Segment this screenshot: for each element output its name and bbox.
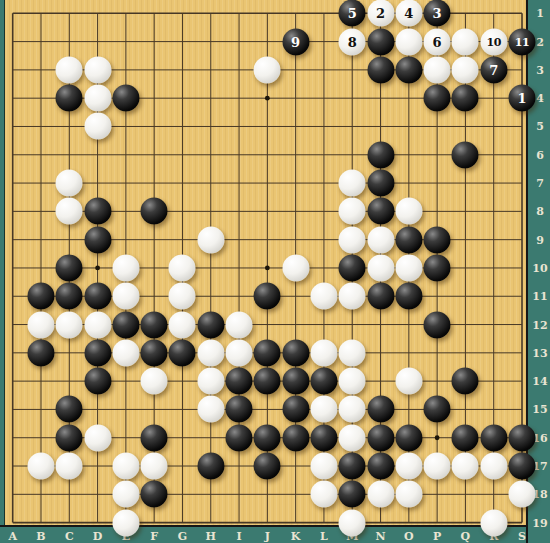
col-label-D: D bbox=[93, 531, 103, 542]
star-point bbox=[435, 435, 440, 440]
row-label-19: 19 bbox=[532, 517, 547, 528]
col-label-J: J bbox=[265, 531, 270, 542]
row-label-9: 9 bbox=[536, 234, 544, 245]
row-label-6: 6 bbox=[536, 149, 544, 160]
col-label-K: K bbox=[291, 531, 301, 542]
star-point bbox=[435, 96, 440, 101]
col-label-C: C bbox=[65, 531, 74, 542]
col-label-F: F bbox=[150, 531, 158, 542]
col-label-B: B bbox=[36, 531, 45, 542]
star-point bbox=[95, 435, 100, 440]
row-label-11: 11 bbox=[532, 291, 547, 302]
col-label-R: R bbox=[489, 531, 498, 542]
star-point bbox=[95, 96, 100, 101]
column-label-strip: ABCDEFGHIJKLMNOPQRS bbox=[0, 525, 550, 543]
row-label-12: 12 bbox=[532, 319, 547, 330]
col-label-A: A bbox=[8, 531, 17, 542]
col-label-N: N bbox=[376, 531, 386, 542]
col-label-Q: Q bbox=[461, 531, 471, 542]
go-board: ABCDEFGHIJKLMNOPQRS 12345678910111213141… bbox=[0, 0, 550, 543]
col-label-H: H bbox=[206, 531, 216, 542]
row-label-3: 3 bbox=[536, 64, 544, 75]
col-label-M: M bbox=[346, 531, 358, 542]
col-label-E: E bbox=[122, 531, 130, 542]
col-label-L: L bbox=[320, 531, 328, 542]
star-point bbox=[435, 266, 440, 271]
row-label-16: 16 bbox=[532, 432, 547, 443]
row-label-15: 15 bbox=[532, 404, 547, 415]
board-grid bbox=[0, 0, 550, 543]
row-label-10: 10 bbox=[532, 262, 547, 273]
col-label-G: G bbox=[178, 531, 187, 542]
star-point bbox=[265, 435, 270, 440]
col-label-S: S bbox=[518, 531, 526, 542]
col-label-O: O bbox=[404, 531, 414, 542]
row-label-1: 1 bbox=[536, 8, 544, 19]
row-label-8: 8 bbox=[536, 206, 544, 217]
star-point bbox=[265, 266, 270, 271]
row-label-4: 4 bbox=[536, 93, 544, 104]
row-label-5: 5 bbox=[536, 121, 544, 132]
row-label-strip: 12345678910111213141516171819 bbox=[526, 0, 550, 543]
star-point bbox=[95, 266, 100, 271]
row-label-14: 14 bbox=[532, 376, 547, 387]
row-label-2: 2 bbox=[536, 36, 544, 47]
col-label-P: P bbox=[433, 531, 441, 542]
board-left-edge bbox=[0, 0, 5, 543]
row-label-17: 17 bbox=[532, 461, 547, 472]
row-label-13: 13 bbox=[532, 347, 547, 358]
row-label-7: 7 bbox=[536, 178, 544, 189]
star-point bbox=[265, 96, 270, 101]
row-label-18: 18 bbox=[532, 489, 547, 500]
col-label-I: I bbox=[236, 531, 241, 542]
